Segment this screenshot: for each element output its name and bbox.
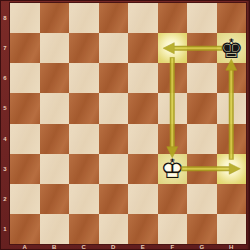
square-d6[interactable] (99, 63, 129, 93)
square-f4[interactable] (158, 124, 188, 154)
square-h5[interactable] (217, 93, 247, 123)
square-c5[interactable] (69, 93, 99, 123)
square-c7[interactable] (69, 33, 99, 63)
square-g7[interactable] (187, 33, 217, 63)
chess-board-frame: 87654321 ABCDEFGH ♚♚♔ (0, 0, 250, 250)
square-g5[interactable] (187, 93, 217, 123)
square-b6[interactable] (40, 63, 70, 93)
file-label-f: F (158, 243, 188, 250)
file-label-a: A (10, 243, 40, 250)
rank-labels: 87654321 (0, 3, 10, 244)
square-g2[interactable] (187, 184, 217, 214)
square-h2[interactable] (217, 184, 247, 214)
square-a4[interactable] (10, 124, 40, 154)
square-h7[interactable]: ♚ (217, 33, 247, 63)
square-d1[interactable] (99, 214, 129, 244)
white-king-outline: ♔ (160, 154, 184, 184)
square-b8[interactable] (40, 3, 70, 33)
square-f2[interactable] (158, 184, 188, 214)
square-a5[interactable] (10, 93, 40, 123)
square-f7[interactable] (158, 33, 188, 63)
square-b1[interactable] (40, 214, 70, 244)
square-e1[interactable] (128, 214, 158, 244)
rank-label-6: 6 (0, 63, 10, 93)
square-e5[interactable] (128, 93, 158, 123)
file-label-g: G (187, 243, 217, 250)
rank-label-3: 3 (0, 154, 10, 184)
square-a6[interactable] (10, 63, 40, 93)
square-b4[interactable] (40, 124, 70, 154)
rank-label-8: 8 (0, 3, 10, 33)
square-a3[interactable] (10, 154, 40, 184)
square-e2[interactable] (128, 184, 158, 214)
square-a1[interactable] (10, 214, 40, 244)
square-d2[interactable] (99, 184, 129, 214)
square-c4[interactable] (69, 124, 99, 154)
square-h3[interactable] (217, 154, 247, 184)
square-e3[interactable] (128, 154, 158, 184)
square-c3[interactable] (69, 154, 99, 184)
square-h4[interactable] (217, 124, 247, 154)
square-e6[interactable] (128, 63, 158, 93)
square-b7[interactable] (40, 33, 70, 63)
file-label-c: C (69, 243, 99, 250)
rank-label-5: 5 (0, 93, 10, 123)
square-c2[interactable] (69, 184, 99, 214)
square-g3[interactable] (187, 154, 217, 184)
square-g6[interactable] (187, 63, 217, 93)
square-c6[interactable] (69, 63, 99, 93)
square-a2[interactable] (10, 184, 40, 214)
file-labels: ABCDEFGH (10, 243, 246, 250)
square-g4[interactable] (187, 124, 217, 154)
square-g1[interactable] (187, 214, 217, 244)
square-d8[interactable] (99, 3, 129, 33)
square-c8[interactable] (69, 3, 99, 33)
square-h1[interactable] (217, 214, 247, 244)
square-d3[interactable] (99, 154, 129, 184)
square-c1[interactable] (69, 214, 99, 244)
chess-board[interactable]: ♚♚♔ (10, 3, 246, 244)
square-a7[interactable] (10, 33, 40, 63)
square-d4[interactable] (99, 124, 129, 154)
file-label-h: H (217, 243, 247, 250)
white-king[interactable]: ♚♔ (160, 155, 184, 182)
rank-label-7: 7 (0, 33, 10, 63)
square-e8[interactable] (128, 3, 158, 33)
black-king[interactable]: ♚ (219, 35, 243, 62)
square-f6[interactable] (158, 63, 188, 93)
square-h6[interactable] (217, 63, 247, 93)
square-g8[interactable] (187, 3, 217, 33)
rank-label-1: 1 (0, 214, 10, 244)
file-label-d: D (99, 243, 129, 250)
square-f1[interactable] (158, 214, 188, 244)
rank-label-2: 2 (0, 184, 10, 214)
square-e4[interactable] (128, 124, 158, 154)
file-label-e: E (128, 243, 158, 250)
square-f8[interactable] (158, 3, 188, 33)
square-e7[interactable] (128, 33, 158, 63)
square-a8[interactable] (10, 3, 40, 33)
file-label-b: B (40, 243, 70, 250)
square-d7[interactable] (99, 33, 129, 63)
square-h8[interactable] (217, 3, 247, 33)
square-f5[interactable] (158, 93, 188, 123)
rank-label-4: 4 (0, 124, 10, 154)
square-b3[interactable] (40, 154, 70, 184)
square-f3[interactable]: ♚♔ (158, 154, 188, 184)
square-b5[interactable] (40, 93, 70, 123)
square-b2[interactable] (40, 184, 70, 214)
square-d5[interactable] (99, 93, 129, 123)
